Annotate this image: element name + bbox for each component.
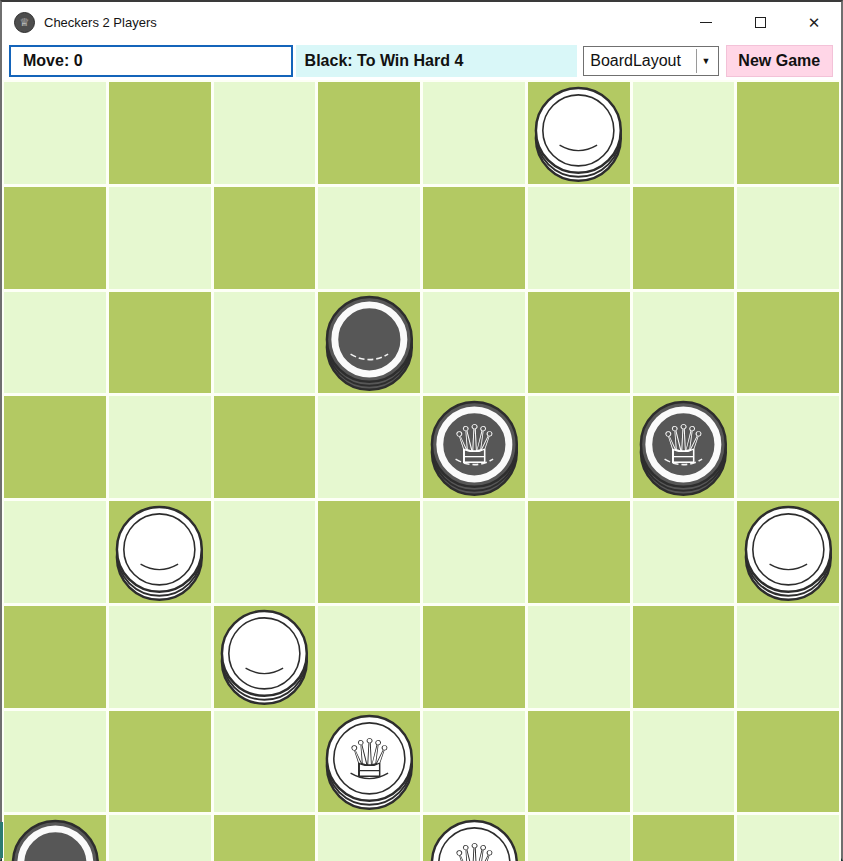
board-square-r0c7[interactable]	[737, 82, 839, 184]
board-square-r2c4	[423, 292, 525, 394]
board-square-r1c4[interactable]	[423, 187, 525, 289]
board-square-r2c2	[214, 292, 316, 394]
board-square-r6c0	[4, 711, 106, 813]
board-square-r7c5	[528, 815, 630, 861]
maximize-icon	[755, 17, 766, 28]
board-square-r6c4	[423, 711, 525, 813]
board-square-r7c1	[109, 815, 211, 861]
board-square-r7c0[interactable]	[4, 815, 106, 861]
board-square-r2c7[interactable]	[737, 292, 839, 394]
board-square-r3c7	[737, 396, 839, 498]
window-title: Checkers 2 Players	[44, 15, 157, 30]
board-square-r6c5[interactable]	[528, 711, 630, 813]
board-square-r3c2[interactable]	[214, 396, 316, 498]
window-controls: ✕	[679, 2, 841, 42]
board-square-r7c2[interactable]	[214, 815, 316, 861]
black-king-piece[interactable]: ♕	[634, 398, 733, 497]
title-bar: ♕ Checkers 2 Players ✕	[2, 2, 841, 42]
move-input[interactable]	[9, 45, 293, 77]
board-square-r6c2	[214, 711, 316, 813]
white-man-piece[interactable]	[215, 607, 314, 706]
board-square-r4c1[interactable]	[109, 501, 211, 603]
board-square-r6c1[interactable]	[109, 711, 211, 813]
new-game-button[interactable]: New Game	[726, 45, 833, 77]
board-square-r0c2	[214, 82, 316, 184]
board-square-r0c5[interactable]	[528, 82, 630, 184]
board-square-r2c6	[633, 292, 735, 394]
status-text: Black: To Win Hard 4	[296, 45, 578, 77]
board-square-r3c3	[318, 396, 420, 498]
close-button[interactable]: ✕	[787, 2, 841, 42]
board-square-r4c2	[214, 501, 316, 603]
board-square-r7c3	[318, 815, 420, 861]
board-square-r4c5[interactable]	[528, 501, 630, 603]
board-square-r5c6[interactable]	[633, 606, 735, 708]
board-square-r5c4[interactable]	[423, 606, 525, 708]
board-square-r3c1	[109, 396, 211, 498]
board-square-r4c4	[423, 501, 525, 603]
board-square-r0c1[interactable]	[109, 82, 211, 184]
board-square-r5c3	[318, 606, 420, 708]
board-square-r4c6	[633, 501, 735, 603]
board-square-r7c4[interactable]: ♕	[423, 815, 525, 861]
board-square-r5c1	[109, 606, 211, 708]
board-square-r1c6[interactable]	[633, 187, 735, 289]
close-icon: ✕	[808, 15, 821, 30]
black-king-piece[interactable]: ♕	[425, 398, 524, 497]
board-square-r0c0	[4, 82, 106, 184]
white-man-piece[interactable]	[739, 503, 838, 602]
svg-text:♕: ♕	[659, 414, 707, 476]
board-square-r6c7[interactable]	[737, 711, 839, 813]
board-square-r4c7[interactable]	[737, 501, 839, 603]
board-square-r5c2[interactable]	[214, 606, 316, 708]
board-square-r6c3[interactable]: ♕	[318, 711, 420, 813]
board-square-r1c2[interactable]	[214, 187, 316, 289]
app-icon[interactable]: ♕	[14, 12, 35, 33]
board-square-r3c5	[528, 396, 630, 498]
app-icon-crown-glyph: ♕	[20, 17, 30, 28]
board-square-r1c3	[318, 187, 420, 289]
board-square-r3c6[interactable]: ♕	[633, 396, 735, 498]
board-square-r3c0[interactable]	[4, 396, 106, 498]
board-square-r1c7	[737, 187, 839, 289]
svg-text:♕: ♕	[450, 414, 498, 476]
board-layout-dropdown[interactable]: BoardLayout ▼	[583, 46, 718, 76]
board-square-r1c5	[528, 187, 630, 289]
board-square-r4c3[interactable]	[318, 501, 420, 603]
white-man-piece[interactable]	[110, 503, 209, 602]
board-square-r7c7	[737, 815, 839, 861]
board-square-r1c0[interactable]	[4, 187, 106, 289]
board-square-r5c0[interactable]	[4, 606, 106, 708]
board-square-r6c6	[633, 711, 735, 813]
toolbar: Black: To Win Hard 4 BoardLayout ▼ New G…	[2, 42, 841, 80]
maximize-button[interactable]	[733, 2, 787, 42]
board-square-r1c1	[109, 187, 211, 289]
checkers-board: ♕♕♕♕	[2, 80, 841, 861]
chevron-down-icon[interactable]: ▼	[696, 49, 716, 73]
svg-text:♕: ♕	[345, 728, 393, 790]
board-square-r2c5[interactable]	[528, 292, 630, 394]
board-layout-value: BoardLayout	[590, 52, 681, 70]
board-square-r5c7	[737, 606, 839, 708]
background-window-edge	[0, 822, 3, 858]
minimize-button[interactable]	[679, 2, 733, 42]
svg-text:♕: ♕	[450, 833, 498, 861]
board-square-r2c0	[4, 292, 106, 394]
board-square-r0c4	[423, 82, 525, 184]
minimize-icon	[700, 22, 712, 23]
board-square-r3c4[interactable]: ♕	[423, 396, 525, 498]
white-man-piece[interactable]	[529, 84, 628, 183]
white-king-piece[interactable]: ♕	[320, 712, 419, 811]
board-square-r0c3[interactable]	[318, 82, 420, 184]
white-king-piece[interactable]: ♕	[425, 817, 524, 861]
black-man-piece[interactable]	[320, 293, 419, 392]
board-square-r5c5	[528, 606, 630, 708]
board-square-r2c1[interactable]	[109, 292, 211, 394]
board-square-r2c3[interactable]	[318, 292, 420, 394]
board-square-r4c0	[4, 501, 106, 603]
app-window: ♕ Checkers 2 Players ✕ Black: To Win Har…	[0, 0, 843, 861]
board-square-r0c6	[633, 82, 735, 184]
board-square-r7c6[interactable]	[633, 815, 735, 861]
black-man-piece[interactable]	[6, 817, 105, 861]
